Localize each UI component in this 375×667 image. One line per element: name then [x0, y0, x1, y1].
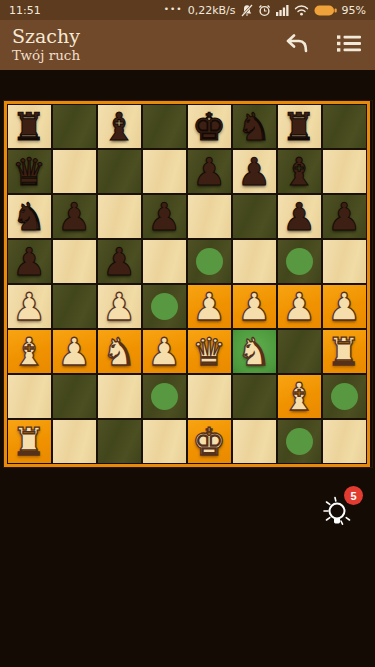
square-g4[interactable]: ♟: [277, 284, 322, 329]
square-g2[interactable]: ♝: [277, 374, 322, 419]
piece-white-pawn: ♟: [237, 288, 271, 326]
square-e7[interactable]: ♟: [187, 149, 232, 194]
square-e2[interactable]: [187, 374, 232, 419]
square-h6[interactable]: ♟: [322, 194, 367, 239]
square-a3[interactable]: ♝: [7, 329, 52, 374]
square-c3[interactable]: ♞: [97, 329, 142, 374]
square-g6[interactable]: ♟: [277, 194, 322, 239]
square-c8[interactable]: ♝: [97, 104, 142, 149]
undo-icon: [283, 34, 309, 56]
square-a5[interactable]: ♟: [7, 239, 52, 284]
square-a7[interactable]: ♛: [7, 149, 52, 194]
status-bar: 11:51 ••• 0,22kB/s: [0, 0, 375, 20]
alarm-clock-icon: [258, 4, 271, 17]
square-e5[interactable]: [187, 239, 232, 284]
square-g3[interactable]: [277, 329, 322, 374]
piece-white-queen: ♛: [192, 333, 226, 371]
square-b1[interactable]: [52, 419, 97, 464]
move-hint-dot[interactable]: [286, 428, 313, 455]
cell-signal-icon: [276, 4, 289, 16]
square-d2[interactable]: [142, 374, 187, 419]
piece-white-rook: ♜: [327, 333, 361, 371]
piece-white-pawn: ♟: [12, 288, 46, 326]
undo-button[interactable]: [281, 32, 311, 58]
battery-percent-label: 95%: [342, 4, 366, 17]
move-hint-dot[interactable]: [151, 293, 178, 320]
square-h2[interactable]: [322, 374, 367, 419]
square-d3[interactable]: ♟: [142, 329, 187, 374]
piece-white-pawn: ♟: [192, 288, 226, 326]
app-header: Szachy Twój ruch: [0, 20, 375, 70]
piece-white-pawn: ♟: [147, 333, 181, 371]
piece-white-pawn: ♟: [282, 288, 316, 326]
page-title: Szachy: [12, 26, 80, 48]
square-e1[interactable]: ♚: [187, 419, 232, 464]
square-d8[interactable]: [142, 104, 187, 149]
piece-white-knight: ♞: [102, 333, 136, 371]
square-f1[interactable]: [232, 419, 277, 464]
network-speed-label: 0,22kB/s: [188, 4, 236, 17]
square-c6[interactable]: [97, 194, 142, 239]
square-g7[interactable]: ♝: [277, 149, 322, 194]
piece-black-knight: ♞: [237, 108, 271, 146]
square-e8[interactable]: ♚: [187, 104, 232, 149]
square-h8[interactable]: [322, 104, 367, 149]
move-hint-dot[interactable]: [286, 248, 313, 275]
square-d5[interactable]: [142, 239, 187, 284]
square-c5[interactable]: ♟: [97, 239, 142, 284]
piece-black-pawn: ♟: [282, 198, 316, 236]
square-h5[interactable]: [322, 239, 367, 284]
piece-black-pawn: ♟: [327, 198, 361, 236]
square-h3[interactable]: ♜: [322, 329, 367, 374]
square-c7[interactable]: [97, 149, 142, 194]
piece-white-rook: ♜: [12, 423, 46, 461]
move-list-icon: [337, 34, 361, 56]
menu-button[interactable]: [335, 32, 363, 58]
piece-black-pawn: ♟: [12, 243, 46, 281]
square-a1[interactable]: ♜: [7, 419, 52, 464]
piece-white-bishop: ♝: [282, 378, 316, 416]
chess-board: ♜♝♚♞♜♛♟♟♝♞♟♟♟♟♟♟♟♟♟♟♟♟♝♟♞♟♛♞♜♝♜♚: [4, 101, 370, 467]
square-g5[interactable]: [277, 239, 322, 284]
square-c4[interactable]: ♟: [97, 284, 142, 329]
hint-count-badge: 5: [344, 486, 363, 505]
square-e3[interactable]: ♛: [187, 329, 232, 374]
square-d6[interactable]: ♟: [142, 194, 187, 239]
hint-button[interactable]: 5: [315, 487, 361, 533]
square-b4[interactable]: [52, 284, 97, 329]
piece-black-pawn: ♟: [102, 243, 136, 281]
piece-black-king: ♚: [192, 108, 226, 146]
piece-white-pawn: ♟: [102, 288, 136, 326]
square-b5[interactable]: [52, 239, 97, 284]
square-h4[interactable]: ♟: [322, 284, 367, 329]
square-a8[interactable]: ♜: [7, 104, 52, 149]
wifi-icon: [294, 4, 309, 16]
piece-black-pawn: ♟: [147, 198, 181, 236]
piece-black-queen: ♛: [12, 153, 46, 191]
piece-white-king: ♚: [192, 423, 226, 461]
square-d4[interactable]: [142, 284, 187, 329]
square-e4[interactable]: ♟: [187, 284, 232, 329]
square-a4[interactable]: ♟: [7, 284, 52, 329]
square-f3[interactable]: ♞: [232, 329, 277, 374]
chess-board-frame: ♜♝♚♞♜♛♟♟♝♞♟♟♟♟♟♟♟♟♟♟♟♟♝♟♞♟♛♞♜♝♜♚: [3, 100, 373, 468]
square-b7[interactable]: [52, 149, 97, 194]
piece-white-pawn: ♟: [57, 333, 91, 371]
square-c2[interactable]: [97, 374, 142, 419]
square-b3[interactable]: ♟: [52, 329, 97, 374]
square-h1[interactable]: [322, 419, 367, 464]
square-f6[interactable]: [232, 194, 277, 239]
piece-white-pawn: ♟: [327, 288, 361, 326]
piece-black-rook: ♜: [12, 108, 46, 146]
square-b6[interactable]: ♟: [52, 194, 97, 239]
piece-black-rook: ♜: [282, 108, 316, 146]
piece-black-knight: ♞: [12, 198, 46, 236]
piece-black-bishop: ♝: [102, 108, 136, 146]
square-a2[interactable]: [7, 374, 52, 419]
square-c1[interactable]: [97, 419, 142, 464]
square-f2[interactable]: [232, 374, 277, 419]
piece-black-pawn: ♟: [57, 198, 91, 236]
piece-black-pawn: ♟: [237, 153, 271, 191]
move-hint-dot[interactable]: [151, 383, 178, 410]
square-g1[interactable]: [277, 419, 322, 464]
square-g8[interactable]: ♜: [277, 104, 322, 149]
square-h7[interactable]: [322, 149, 367, 194]
mute-bell-icon: [241, 4, 253, 17]
overflow-dots-icon: •••: [164, 4, 183, 14]
square-f4[interactable]: ♟: [232, 284, 277, 329]
turn-status-label: Twój ruch: [12, 48, 80, 64]
piece-black-bishop: ♝: [282, 153, 316, 191]
square-f7[interactable]: ♟: [232, 149, 277, 194]
app-screen: 11:51 ••• 0,22kB/s: [0, 0, 375, 667]
piece-white-bishop: ♝: [12, 333, 46, 371]
square-d7[interactable]: [142, 149, 187, 194]
square-a6[interactable]: ♞: [7, 194, 52, 239]
square-f5[interactable]: [232, 239, 277, 284]
battery-icon: [314, 5, 337, 16]
move-hint-dot[interactable]: [331, 383, 358, 410]
square-b8[interactable]: [52, 104, 97, 149]
piece-black-pawn: ♟: [192, 153, 226, 191]
square-b2[interactable]: [52, 374, 97, 419]
square-d1[interactable]: [142, 419, 187, 464]
piece-white-knight: ♞: [237, 333, 271, 371]
clock-label: 11:51: [9, 4, 41, 17]
move-hint-dot[interactable]: [196, 248, 223, 275]
lightbulb-icon: [315, 521, 361, 536]
square-f8[interactable]: ♞: [232, 104, 277, 149]
square-e6[interactable]: [187, 194, 232, 239]
